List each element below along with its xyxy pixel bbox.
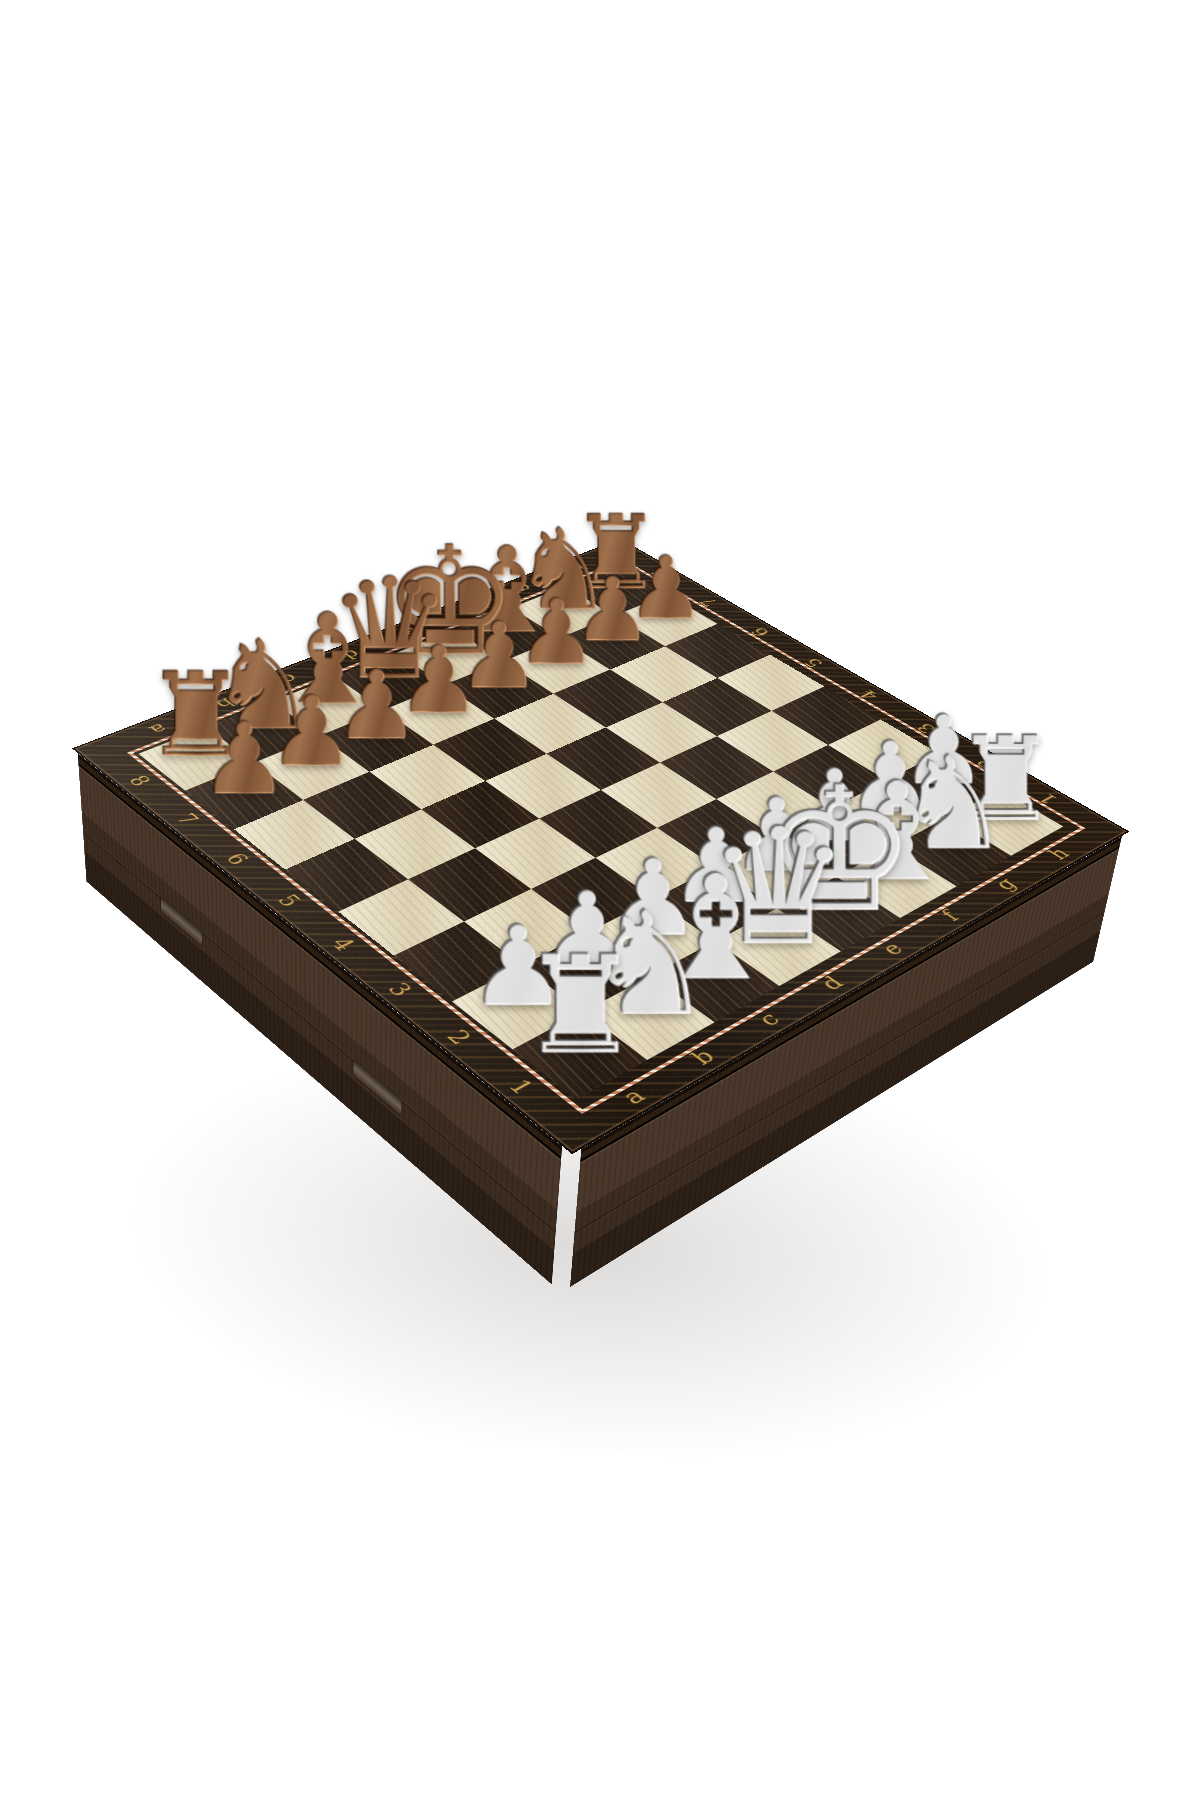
hinge-icon (161, 897, 202, 946)
file-label-bottom-b: b (686, 1045, 719, 1068)
file-label-bottom-a: a (617, 1084, 650, 1107)
chess-box-3d: ♜♞♝♛♚♝♞♜♟♟♟♟♟♟♟♟♟♟♟♟♟♟♟♟♜♞♝♛♚♝♞♜ 8765432… (72, 539, 1129, 1155)
rank-label-left-4: 4 (326, 935, 359, 954)
rank-label-left-1: 1 (504, 1076, 539, 1098)
rank-label-right-6: 6 (747, 626, 773, 639)
rank-label-left-8: 8 (124, 773, 155, 789)
hinge-icon (353, 1060, 401, 1116)
file-label-bottom-f: f (936, 907, 962, 923)
rank-label-left-5: 5 (273, 892, 305, 910)
product-photo-canvas: ♜♞♝♛♚♝♞♜♟♟♟♟♟♟♟♟♟♟♟♟♟♟♟♟♜♞♝♛♚♝♞♜ 8765432… (0, 0, 1200, 1800)
scene: ♜♞♝♛♚♝♞♜♟♟♟♟♟♟♟♟♟♟♟♟♟♟♟♟♜♞♝♛♚♝♞♜ 8765432… (0, 0, 1200, 1800)
rank-label-right-5: 5 (800, 656, 826, 669)
rank-label-left-6: 6 (221, 850, 253, 867)
rank-label-left-7: 7 (171, 811, 202, 828)
rank-label-left-2: 2 (442, 1027, 476, 1048)
rank-label-left-3: 3 (383, 980, 416, 1000)
file-label-bottom-c: c (753, 1008, 784, 1029)
file-label-bottom-h: h (1043, 844, 1073, 862)
file-label-bottom-g: g (990, 874, 1021, 892)
file-label-bottom-e: e (876, 939, 907, 958)
pawn-glyph: ♟ (200, 709, 289, 808)
rank-label-right-4: 4 (855, 688, 881, 702)
chess-board: ♜♞♝♛♚♝♞♜♟♟♟♟♟♟♟♟♟♟♟♟♟♟♟♟♜♞♝♛♚♝♞♜ 8765432… (72, 539, 1129, 1155)
scene-tilt: ♜♞♝♛♚♝♞♜♟♟♟♟♟♟♟♟♟♟♟♟♟♟♟♟♜♞♝♛♚♝♞♜ 8765432… (0, 0, 1200, 1800)
file-label-bottom-d: d (815, 972, 847, 993)
rook-glyph: ♜ (519, 937, 640, 1072)
